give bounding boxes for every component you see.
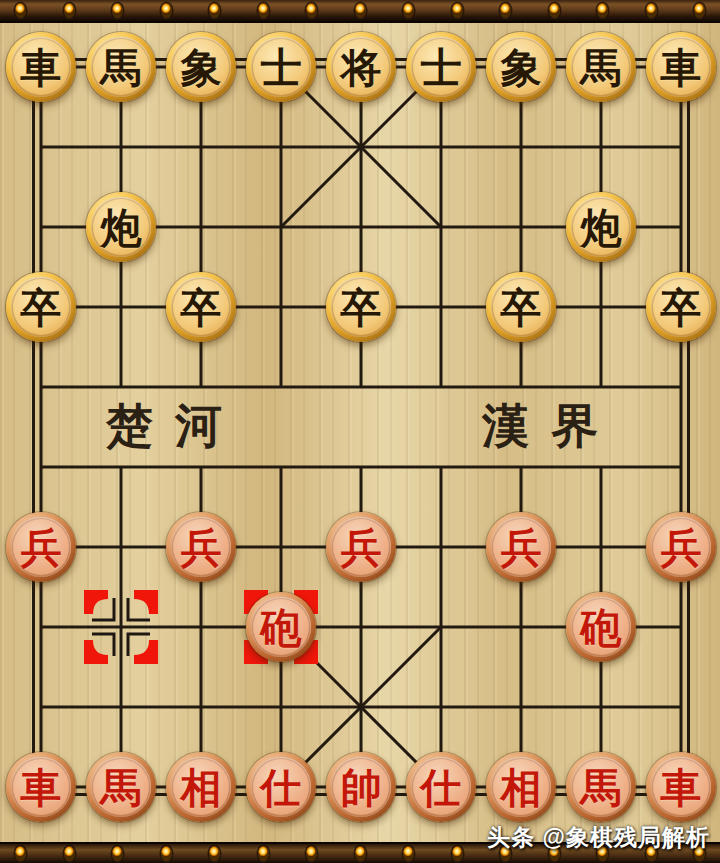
piece-black-elephant[interactable]: 象 (486, 32, 556, 102)
piece-glyph: 車 (661, 48, 702, 89)
rivet-icon (355, 846, 366, 861)
piece-face: 兵 (651, 517, 711, 577)
piece-face: 相 (171, 757, 231, 817)
piece-glyph: 炮 (101, 208, 142, 249)
rivet-icon (112, 846, 123, 861)
piece-face: 卒 (11, 277, 71, 337)
piece-black-chariot[interactable]: 車 (646, 32, 716, 102)
piece-glyph: 車 (21, 768, 62, 809)
piece-black-cannon[interactable]: 炮 (86, 192, 156, 262)
piece-face: 兵 (171, 517, 231, 577)
piece-face: 車 (11, 757, 71, 817)
piece-glyph: 士 (421, 48, 462, 89)
rivet-icon (403, 846, 414, 861)
piece-black-elephant[interactable]: 象 (166, 32, 236, 102)
piece-glyph: 兵 (21, 528, 62, 569)
piece-red-soldier[interactable]: 兵 (486, 512, 556, 582)
piece-red-cannon[interactable]: 砲 (246, 592, 316, 662)
piece-glyph: 士 (261, 48, 302, 89)
rivet-icon (258, 846, 269, 861)
rivet-icon (306, 846, 317, 861)
piece-red-horse[interactable]: 馬 (566, 752, 636, 822)
piece-face: 炮 (571, 197, 631, 257)
rivet-icon (306, 3, 317, 18)
piece-glyph: 馬 (581, 48, 622, 89)
piece-red-soldier[interactable]: 兵 (326, 512, 396, 582)
piece-red-elephant[interactable]: 相 (486, 752, 556, 822)
piece-black-general[interactable]: 将 (326, 32, 396, 102)
piece-black-soldier[interactable]: 卒 (166, 272, 236, 342)
rivet-icon (15, 3, 26, 18)
piece-red-general[interactable]: 帥 (326, 752, 396, 822)
rivet-icon (694, 3, 705, 18)
piece-glyph: 将 (341, 48, 382, 89)
piece-black-soldier[interactable]: 卒 (326, 272, 396, 342)
piece-red-soldier[interactable]: 兵 (646, 512, 716, 582)
piece-black-soldier[interactable]: 卒 (486, 272, 556, 342)
piece-glyph: 車 (661, 768, 702, 809)
rivet-icon (209, 846, 220, 861)
rivet-icon (549, 3, 560, 18)
piece-face: 兵 (491, 517, 551, 577)
piece-face: 砲 (251, 597, 311, 657)
piece-face: 兵 (331, 517, 391, 577)
rivet-icon (452, 846, 463, 861)
piece-face: 馬 (91, 37, 151, 97)
piece-red-horse[interactable]: 馬 (86, 752, 156, 822)
piece-glyph: 兵 (661, 528, 702, 569)
piece-face: 象 (171, 37, 231, 97)
piece-face: 将 (331, 37, 391, 97)
piece-black-soldier[interactable]: 卒 (646, 272, 716, 342)
rivet-icon (209, 3, 220, 18)
last-move-from-marker (81, 587, 161, 667)
piece-face: 士 (251, 37, 311, 97)
piece-black-advisor[interactable]: 士 (406, 32, 476, 102)
rivet-icon (161, 3, 172, 18)
piece-red-advisor[interactable]: 仕 (246, 752, 316, 822)
piece-glyph: 卒 (21, 288, 62, 329)
piece-face: 車 (11, 37, 71, 97)
piece-face: 馬 (91, 757, 151, 817)
piece-face: 相 (491, 757, 551, 817)
piece-glyph: 車 (21, 48, 62, 89)
top-rail (0, 0, 720, 23)
piece-face: 象 (491, 37, 551, 97)
piece-red-chariot[interactable]: 車 (646, 752, 716, 822)
piece-glyph: 馬 (101, 48, 142, 89)
piece-black-advisor[interactable]: 士 (246, 32, 316, 102)
rivet-icon (597, 3, 608, 18)
piece-black-chariot[interactable]: 車 (6, 32, 76, 102)
piece-red-elephant[interactable]: 相 (166, 752, 236, 822)
piece-face: 馬 (571, 757, 631, 817)
piece-red-soldier[interactable]: 兵 (166, 512, 236, 582)
rivet-icon (112, 3, 123, 18)
piece-glyph: 卒 (661, 288, 702, 329)
piece-face: 炮 (91, 197, 151, 257)
piece-glyph: 卒 (181, 288, 222, 329)
piece-face: 卒 (491, 277, 551, 337)
piece-glyph: 炮 (581, 208, 622, 249)
rivet-icon (646, 3, 657, 18)
piece-glyph: 仕 (261, 768, 302, 809)
board-grid[interactable]: 車 馬 象 士 将 士 象 (1, 27, 720, 827)
piece-face: 帥 (331, 757, 391, 817)
piece-glyph: 兵 (341, 528, 382, 569)
piece-glyph: 帥 (341, 768, 382, 809)
piece-face: 車 (651, 37, 711, 97)
rivet-icon (161, 846, 172, 861)
rivet-icon (403, 3, 414, 18)
piece-glyph: 相 (501, 768, 542, 809)
piece-red-soldier[interactable]: 兵 (6, 512, 76, 582)
piece-face: 砲 (571, 597, 631, 657)
rivet-icon (64, 846, 75, 861)
piece-glyph: 卒 (501, 288, 542, 329)
piece-glyph: 兵 (501, 528, 542, 569)
piece-red-chariot[interactable]: 車 (6, 752, 76, 822)
piece-red-cannon[interactable]: 砲 (566, 592, 636, 662)
piece-face: 車 (651, 757, 711, 817)
piece-face: 士 (411, 37, 471, 97)
piece-face: 仕 (251, 757, 311, 817)
rivet-icon (15, 846, 26, 861)
piece-glyph: 仕 (421, 768, 462, 809)
piece-black-soldier[interactable]: 卒 (6, 272, 76, 342)
piece-glyph: 兵 (181, 528, 222, 569)
piece-face: 卒 (651, 277, 711, 337)
piece-glyph: 卒 (341, 288, 382, 329)
rivet-icon (258, 3, 269, 18)
watermark: 头条 @象棋残局解析 (487, 822, 710, 853)
piece-face: 卒 (171, 277, 231, 337)
piece-red-advisor[interactable]: 仕 (406, 752, 476, 822)
piece-glyph: 砲 (261, 608, 302, 649)
piece-glyph: 砲 (581, 608, 622, 649)
piece-black-horse[interactable]: 馬 (566, 32, 636, 102)
piece-glyph: 象 (501, 48, 542, 89)
rivet-icon (452, 3, 463, 18)
rivet-icon (64, 3, 75, 18)
piece-face: 卒 (331, 277, 391, 337)
piece-glyph: 相 (181, 768, 222, 809)
piece-glyph: 馬 (101, 768, 142, 809)
rivet-icon (355, 3, 366, 18)
piece-face: 兵 (11, 517, 71, 577)
piece-face: 仕 (411, 757, 471, 817)
piece-glyph: 象 (181, 48, 222, 89)
piece-face: 馬 (571, 37, 631, 97)
piece-glyph: 馬 (581, 768, 622, 809)
piece-black-cannon[interactable]: 炮 (566, 192, 636, 262)
xiangqi-board-app: 楚河 漢界 車 (0, 0, 720, 863)
piece-black-horse[interactable]: 馬 (86, 32, 156, 102)
rivet-icon (500, 3, 511, 18)
